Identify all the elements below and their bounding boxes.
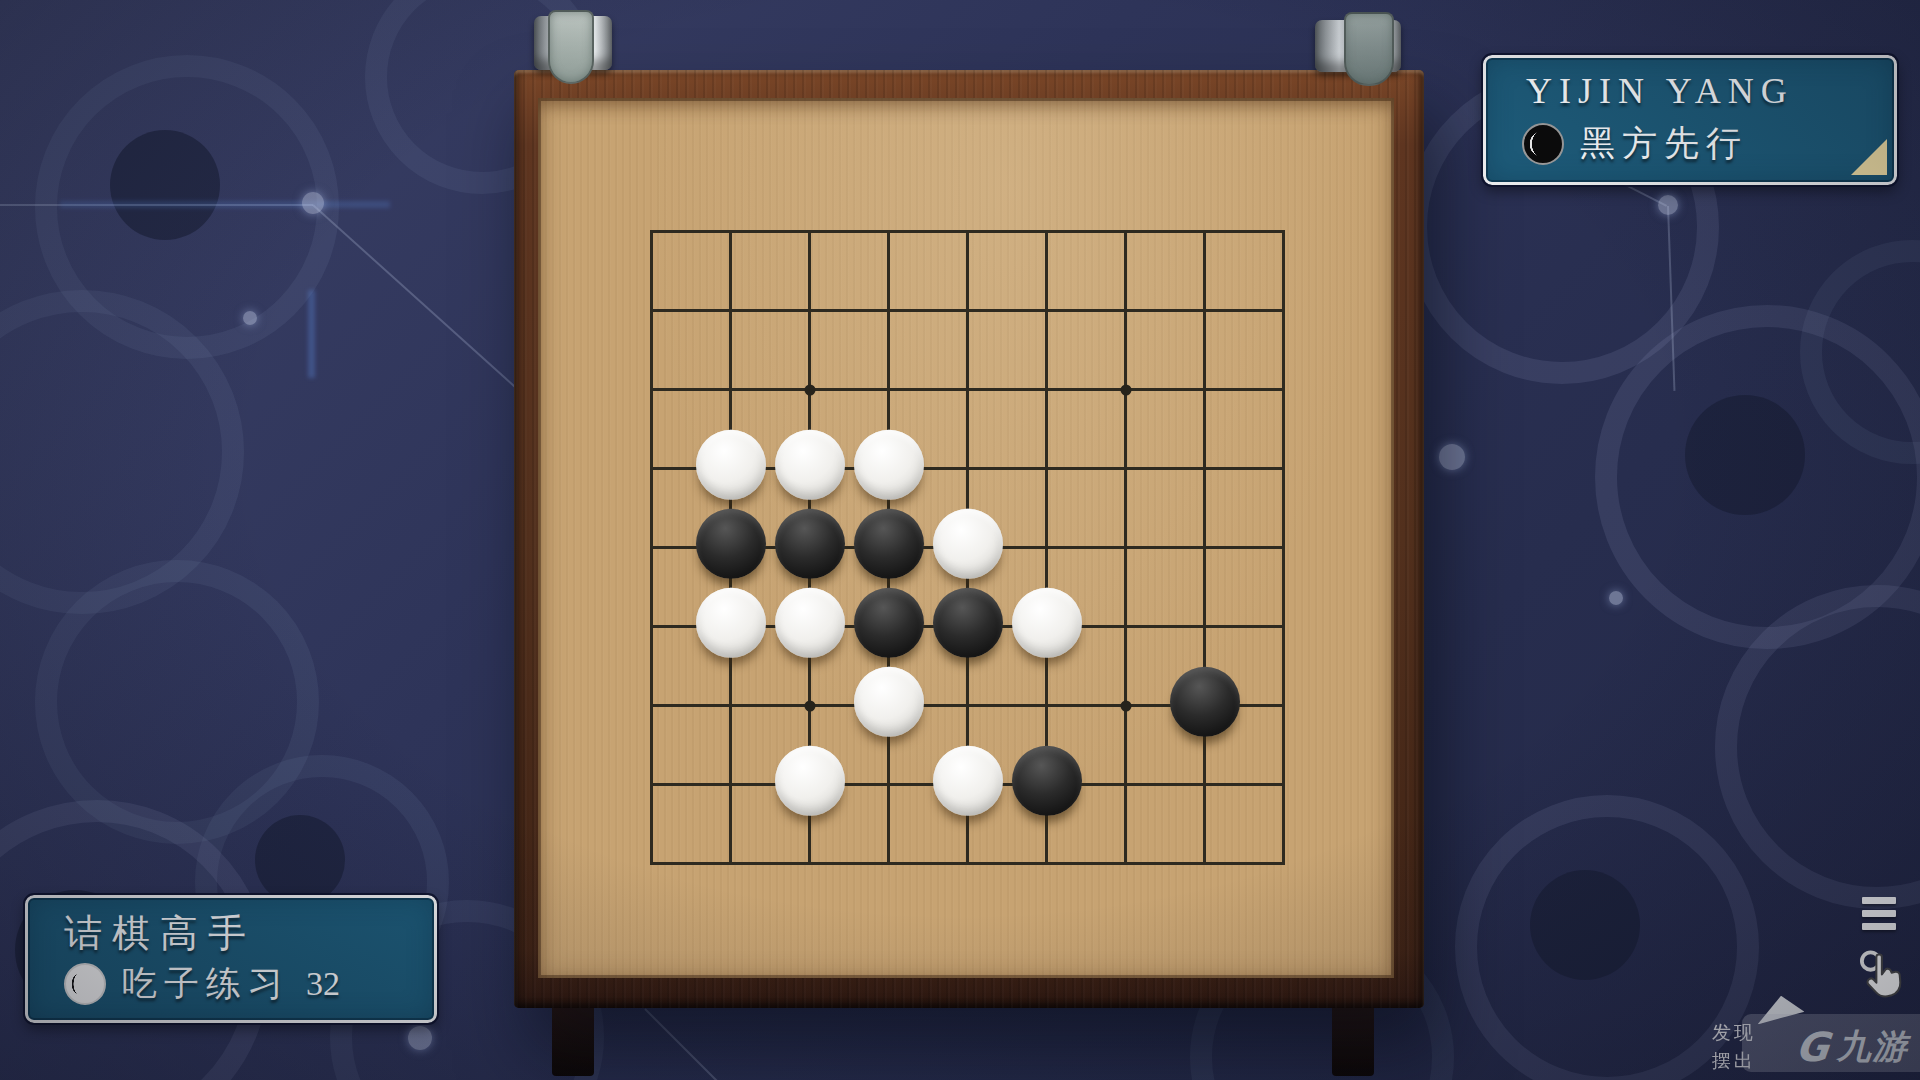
hand-cursor-icon xyxy=(1855,948,1905,1010)
turn-label: 黑方先行 xyxy=(1580,120,1748,167)
go-board-grid[interactable] xyxy=(650,230,1285,865)
white-stone xyxy=(933,745,1003,815)
white-stone-icon xyxy=(64,963,106,1005)
white-stone xyxy=(854,429,924,499)
jiuyou-logo-icon: G xyxy=(1794,1024,1832,1070)
player-name: YIJIN YANG xyxy=(1526,70,1794,112)
board-clamp-right-pad xyxy=(1344,12,1394,86)
jiuyou-watermark: G 九游 xyxy=(1796,1024,1909,1070)
star-point xyxy=(1120,384,1131,395)
level-title: 诘棋高手 xyxy=(64,908,256,959)
black-stone xyxy=(1012,745,1082,815)
black-stone xyxy=(854,508,924,578)
black-stone-icon xyxy=(1522,123,1564,165)
star-point xyxy=(804,700,815,711)
black-stone xyxy=(775,508,845,578)
white-stone xyxy=(933,508,1003,578)
white-stone xyxy=(775,429,845,499)
board-clamp-left-pad xyxy=(548,10,594,84)
white-stone xyxy=(775,745,845,815)
badge-expand-triangle[interactable] xyxy=(1851,139,1887,175)
star-point xyxy=(804,384,815,395)
stand-leg-right xyxy=(1332,1004,1374,1076)
white-stone xyxy=(696,429,766,499)
black-stone xyxy=(933,587,1003,657)
player-badge[interactable]: YIJIN YANG 黑方先行 xyxy=(1483,55,1897,185)
black-stone xyxy=(696,508,766,578)
white-stone xyxy=(854,666,924,736)
level-badge: 诘棋高手 吃子练习 32 xyxy=(25,895,437,1023)
hamburger-icon xyxy=(1862,897,1896,904)
go-board-frame xyxy=(514,70,1424,1008)
black-stone xyxy=(1170,666,1240,736)
go-app-scene: YIJIN YANG 黑方先行 诘棋高手 吃子练习 32 发现 摆出 G 九游 xyxy=(0,0,1920,1080)
white-stone xyxy=(1012,587,1082,657)
white-stone xyxy=(775,587,845,657)
stand-leg-left xyxy=(552,1004,594,1076)
black-stone xyxy=(854,587,924,657)
star-point xyxy=(1120,700,1131,711)
practice-number: 32 xyxy=(306,965,340,1003)
practice-label: 吃子练习 xyxy=(122,960,290,1007)
go-board-surface xyxy=(538,98,1394,978)
white-stone xyxy=(696,587,766,657)
menu-button[interactable] xyxy=(1862,897,1896,930)
jiuyou-logo-text: 九游 xyxy=(1837,1024,1909,1070)
